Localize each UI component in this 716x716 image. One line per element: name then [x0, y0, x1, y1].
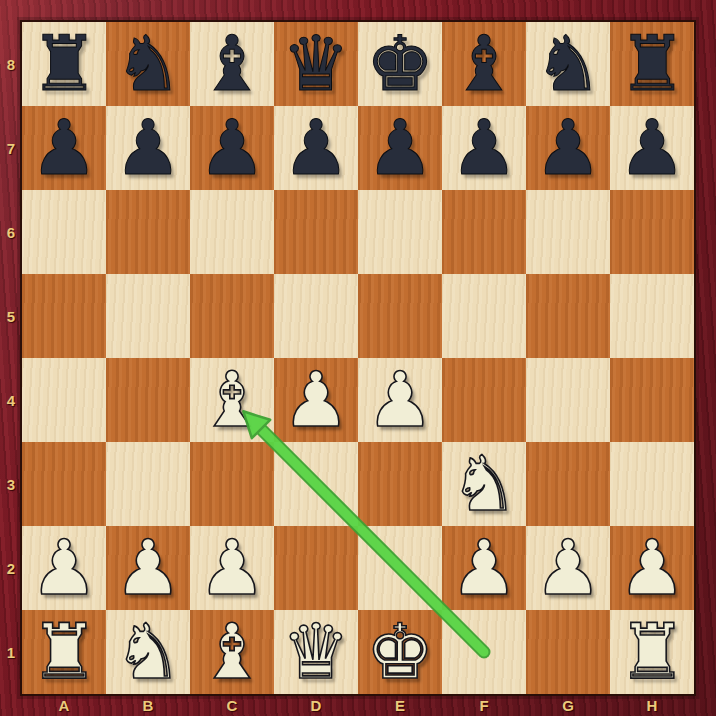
square-f2[interactable]: ♟	[442, 526, 526, 610]
square-h6[interactable]	[610, 190, 694, 274]
board-frame: ♜♞♝♛♚♝♞♜♟♟♟♟♟♟♟♟♝♟♟♞♟♟♟♟♟♟♜♞♝♛♚♜ 8765432…	[0, 0, 716, 716]
square-b6[interactable]	[106, 190, 190, 274]
square-h3[interactable]	[610, 442, 694, 526]
square-d3[interactable]	[274, 442, 358, 526]
square-f6[interactable]	[442, 190, 526, 274]
square-b1[interactable]: ♞	[106, 610, 190, 694]
square-g5[interactable]	[526, 274, 610, 358]
square-h8[interactable]: ♜	[610, 22, 694, 106]
square-b7[interactable]: ♟	[106, 106, 190, 190]
square-g4[interactable]	[526, 358, 610, 442]
square-c4[interactable]: ♝	[190, 358, 274, 442]
black-pawn[interactable]: ♟	[618, 106, 686, 190]
square-a5[interactable]	[22, 274, 106, 358]
square-c2[interactable]: ♟	[190, 526, 274, 610]
square-e1[interactable]: ♚	[358, 610, 442, 694]
square-d1[interactable]: ♛	[274, 610, 358, 694]
square-f1[interactable]	[442, 610, 526, 694]
square-c1[interactable]: ♝	[190, 610, 274, 694]
square-a4[interactable]	[22, 358, 106, 442]
black-pawn[interactable]: ♟	[534, 106, 602, 190]
white-pawn[interactable]: ♟	[198, 526, 266, 610]
square-g2[interactable]: ♟	[526, 526, 610, 610]
white-knight[interactable]: ♞	[114, 610, 182, 694]
black-pawn[interactable]: ♟	[366, 106, 434, 190]
black-king[interactable]: ♚	[366, 22, 434, 106]
file-label-d: D	[274, 694, 358, 716]
rank-label-7: 7	[0, 106, 22, 190]
file-label-f: F	[442, 694, 526, 716]
rank-label-8: 8	[0, 22, 22, 106]
white-rook[interactable]: ♜	[30, 610, 98, 694]
square-f7[interactable]: ♟	[442, 106, 526, 190]
square-b8[interactable]: ♞	[106, 22, 190, 106]
white-pawn[interactable]: ♟	[282, 358, 350, 442]
square-d2[interactable]	[274, 526, 358, 610]
square-e8[interactable]: ♚	[358, 22, 442, 106]
rank-label-4: 4	[0, 358, 22, 442]
square-g8[interactable]: ♞	[526, 22, 610, 106]
square-f4[interactable]	[442, 358, 526, 442]
square-d7[interactable]: ♟	[274, 106, 358, 190]
square-g7[interactable]: ♟	[526, 106, 610, 190]
square-c5[interactable]	[190, 274, 274, 358]
white-pawn[interactable]: ♟	[30, 526, 98, 610]
square-c8[interactable]: ♝	[190, 22, 274, 106]
square-e2[interactable]	[358, 526, 442, 610]
white-pawn[interactable]: ♟	[114, 526, 182, 610]
square-f8[interactable]: ♝	[442, 22, 526, 106]
square-b5[interactable]	[106, 274, 190, 358]
black-pawn[interactable]: ♟	[114, 106, 182, 190]
rank-label-2: 2	[0, 526, 22, 610]
rank-label-6: 6	[0, 190, 22, 274]
black-pawn[interactable]: ♟	[282, 106, 350, 190]
square-f3[interactable]: ♞	[442, 442, 526, 526]
square-f5[interactable]	[442, 274, 526, 358]
square-c6[interactable]	[190, 190, 274, 274]
square-g1[interactable]	[526, 610, 610, 694]
square-a8[interactable]: ♜	[22, 22, 106, 106]
white-pawn[interactable]: ♟	[450, 526, 518, 610]
black-rook[interactable]: ♜	[618, 22, 686, 106]
file-label-h: H	[610, 694, 694, 716]
square-a1[interactable]: ♜	[22, 610, 106, 694]
black-rook[interactable]: ♜	[30, 22, 98, 106]
square-d6[interactable]	[274, 190, 358, 274]
square-b3[interactable]	[106, 442, 190, 526]
square-a3[interactable]	[22, 442, 106, 526]
square-d5[interactable]	[274, 274, 358, 358]
black-pawn[interactable]: ♟	[198, 106, 266, 190]
black-bishop[interactable]: ♝	[198, 22, 266, 106]
file-label-e: E	[358, 694, 442, 716]
file-label-a: A	[22, 694, 106, 716]
square-e5[interactable]	[358, 274, 442, 358]
square-d8[interactable]: ♛	[274, 22, 358, 106]
file-label-g: G	[526, 694, 610, 716]
square-e7[interactable]: ♟	[358, 106, 442, 190]
square-a2[interactable]: ♟	[22, 526, 106, 610]
square-b4[interactable]	[106, 358, 190, 442]
square-c3[interactable]	[190, 442, 274, 526]
black-knight[interactable]: ♞	[534, 22, 602, 106]
rank-label-3: 3	[0, 442, 22, 526]
square-g3[interactable]	[526, 442, 610, 526]
rank-label-5: 5	[0, 274, 22, 358]
white-pawn[interactable]: ♟	[366, 358, 434, 442]
white-rook[interactable]: ♜	[618, 610, 686, 694]
square-b2[interactable]: ♟	[106, 526, 190, 610]
square-e6[interactable]	[358, 190, 442, 274]
square-h7[interactable]: ♟	[610, 106, 694, 190]
white-bishop[interactable]: ♝	[198, 358, 266, 442]
black-bishop[interactable]: ♝	[450, 22, 518, 106]
square-h4[interactable]	[610, 358, 694, 442]
rank-label-1: 1	[0, 610, 22, 694]
black-pawn[interactable]: ♟	[450, 106, 518, 190]
file-label-c: C	[190, 694, 274, 716]
black-pawn[interactable]: ♟	[30, 106, 98, 190]
square-a7[interactable]: ♟	[22, 106, 106, 190]
square-d4[interactable]: ♟	[274, 358, 358, 442]
white-pawn[interactable]: ♟	[618, 526, 686, 610]
square-g6[interactable]	[526, 190, 610, 274]
file-label-b: B	[106, 694, 190, 716]
square-h5[interactable]	[610, 274, 694, 358]
square-e4[interactable]: ♟	[358, 358, 442, 442]
square-h1[interactable]: ♜	[610, 610, 694, 694]
white-pawn[interactable]: ♟	[534, 526, 602, 610]
chess-board: ♜♞♝♛♚♝♞♜♟♟♟♟♟♟♟♟♝♟♟♞♟♟♟♟♟♟♜♞♝♛♚♜	[22, 22, 694, 694]
square-a6[interactable]	[22, 190, 106, 274]
square-e3[interactable]	[358, 442, 442, 526]
white-queen[interactable]: ♛	[282, 610, 350, 694]
white-king[interactable]: ♚	[366, 610, 434, 694]
black-queen[interactable]: ♛	[282, 22, 350, 106]
square-h2[interactable]: ♟	[610, 526, 694, 610]
white-knight[interactable]: ♞	[450, 442, 518, 526]
black-knight[interactable]: ♞	[114, 22, 182, 106]
square-c7[interactable]: ♟	[190, 106, 274, 190]
white-bishop[interactable]: ♝	[198, 610, 266, 694]
